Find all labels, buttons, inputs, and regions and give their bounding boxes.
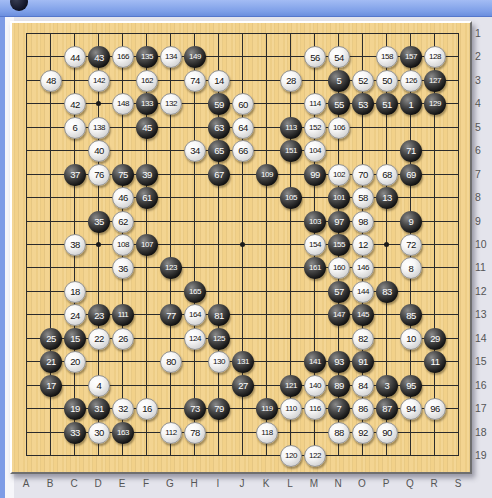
stone-L5[interactable]: 113 (280, 117, 302, 139)
stone-G18[interactable]: 112 (160, 422, 182, 444)
stone-C2[interactable]: 44 (64, 46, 86, 68)
stone-move-number: 128 (429, 53, 441, 61)
stone-N2[interactable]: 54 (328, 46, 350, 68)
stone-G2[interactable]: 134 (160, 46, 182, 68)
stone-P3[interactable]: 50 (376, 70, 398, 92)
stone-O10[interactable]: 12 (352, 234, 374, 256)
stone-H6[interactable]: 34 (184, 140, 206, 162)
row-label-12: 12 (475, 285, 492, 297)
stone-move-number: 74 (190, 76, 200, 86)
stone-P17[interactable]: 87 (376, 398, 398, 420)
stone-move-number: 96 (430, 404, 440, 414)
stone-N10[interactable]: 155 (328, 234, 350, 256)
stone-Q4[interactable]: 1 (400, 93, 422, 115)
stone-move-number: 44 (70, 53, 80, 63)
stone-move-number: 105 (285, 194, 297, 202)
stone-L19[interactable]: 120 (280, 445, 302, 467)
stone-D9[interactable]: 35 (88, 211, 110, 233)
stone-move-number: 140 (309, 382, 321, 390)
stone-move-number: 5 (337, 76, 342, 86)
stone-move-number: 116 (309, 405, 320, 413)
stone-F17[interactable]: 16 (136, 398, 158, 420)
stone-O15[interactable]: 91 (352, 351, 374, 373)
stone-C5[interactable]: 6 (64, 117, 86, 139)
column-label-M: M (306, 478, 322, 489)
stone-move-number: 51 (382, 100, 392, 110)
stone-C14[interactable]: 15 (64, 328, 86, 350)
stone-move-number: 16 (142, 404, 152, 414)
stone-E9[interactable]: 62 (112, 211, 134, 233)
stone-L8[interactable]: 105 (280, 187, 302, 209)
stone-L6[interactable]: 151 (280, 140, 302, 162)
stone-R15[interactable]: 11 (424, 351, 446, 373)
stone-move-number: 7 (337, 404, 342, 414)
stone-D14[interactable]: 22 (88, 328, 110, 350)
stone-R17[interactable]: 96 (424, 398, 446, 420)
stone-L16[interactable]: 121 (280, 375, 302, 397)
grid-line (26, 455, 459, 456)
stone-N7[interactable]: 102 (328, 164, 350, 186)
stone-Q6[interactable]: 71 (400, 140, 422, 162)
stone-move-number: 101 (333, 194, 345, 202)
stone-H3[interactable]: 74 (184, 70, 206, 92)
stone-move-number: 61 (142, 193, 152, 203)
stone-move-number: 64 (238, 123, 248, 133)
stone-move-number: 119 (261, 405, 272, 413)
black-stone-icon (10, 0, 28, 11)
stone-move-number: 104 (309, 147, 321, 155)
stone-C7[interactable]: 37 (64, 164, 86, 186)
stone-move-number: 36 (118, 264, 128, 274)
stone-E8[interactable]: 46 (112, 187, 134, 209)
stone-P12[interactable]: 83 (376, 281, 398, 303)
stone-move-number: 82 (358, 334, 368, 344)
stone-E7[interactable]: 75 (112, 164, 134, 186)
column-label-N: N (330, 478, 346, 489)
stone-E4[interactable]: 148 (112, 93, 134, 115)
stone-move-number: 1 (409, 100, 414, 110)
stone-move-number: 19 (70, 404, 80, 414)
stone-move-number: 62 (118, 217, 128, 227)
stone-move-number: 34 (190, 146, 200, 156)
stone-C17[interactable]: 19 (64, 398, 86, 420)
stone-move-number: 33 (70, 428, 80, 438)
star-point (240, 242, 245, 247)
row-label-7: 7 (475, 168, 492, 180)
stone-move-number: 52 (358, 76, 368, 86)
stone-N3[interactable]: 5 (328, 70, 350, 92)
stone-L3[interactable]: 28 (280, 70, 302, 92)
stone-move-number: 25 (46, 334, 56, 344)
row-label-1: 1 (475, 27, 492, 39)
stone-D3[interactable]: 142 (88, 70, 110, 92)
stone-H17[interactable]: 73 (184, 398, 206, 420)
stone-Q7[interactable]: 69 (400, 164, 422, 186)
stone-E14[interactable]: 26 (112, 328, 134, 350)
row-label-3: 3 (475, 74, 492, 86)
stone-P18[interactable]: 90 (376, 422, 398, 444)
stone-move-number: 65 (214, 146, 224, 156)
column-label-E: E (114, 478, 130, 489)
stone-move-number: 42 (70, 100, 80, 110)
stone-move-number: 14 (214, 76, 224, 86)
stone-J6[interactable]: 66 (232, 140, 254, 162)
stone-move-number: 84 (358, 381, 368, 391)
stone-E13[interactable]: 111 (112, 304, 134, 326)
stone-M17[interactable]: 116 (304, 398, 326, 420)
row-label-4: 4 (475, 97, 492, 109)
column-label-O: O (354, 478, 370, 489)
stone-M4[interactable]: 114 (304, 93, 326, 115)
star-point (384, 242, 389, 247)
stone-O16[interactable]: 84 (352, 375, 374, 397)
stone-move-number: 126 (405, 77, 417, 85)
stone-B14[interactable]: 25 (40, 328, 62, 350)
stone-move-number: 103 (309, 218, 321, 226)
stone-move-number: 124 (189, 335, 201, 343)
stone-move-number: 46 (118, 193, 128, 203)
stone-P16[interactable]: 3 (376, 375, 398, 397)
stone-O14[interactable]: 82 (352, 328, 374, 350)
row-label-5: 5 (475, 121, 492, 133)
stone-move-number: 134 (165, 53, 177, 61)
stone-Q11[interactable]: 8 (400, 257, 422, 279)
stone-move-number: 9 (409, 217, 414, 227)
star-point (96, 101, 101, 106)
row-label-11: 11 (475, 261, 492, 273)
stone-N18[interactable]: 88 (328, 422, 350, 444)
stone-move-number: 45 (142, 123, 152, 133)
stone-move-number: 144 (357, 288, 369, 296)
stone-D18[interactable]: 30 (88, 422, 110, 444)
stone-F3[interactable]: 162 (136, 70, 158, 92)
stone-move-number: 55 (334, 100, 344, 110)
stone-move-number: 71 (406, 146, 416, 156)
stone-move-number: 68 (382, 170, 392, 180)
stone-D2[interactable]: 43 (88, 46, 110, 68)
stone-H18[interactable]: 78 (184, 422, 206, 444)
stone-I3[interactable]: 14 (208, 70, 230, 92)
stone-I5[interactable]: 63 (208, 117, 230, 139)
stone-move-number: 149 (189, 53, 201, 61)
stone-N8[interactable]: 101 (328, 187, 350, 209)
stone-C13[interactable]: 24 (64, 304, 86, 326)
stone-J4[interactable]: 60 (232, 93, 254, 115)
stone-I15[interactable]: 130 (208, 351, 230, 373)
stone-move-number: 99 (310, 170, 320, 180)
stone-N15[interactable]: 93 (328, 351, 350, 373)
stone-move-number: 86 (358, 404, 368, 414)
row-label-13: 13 (475, 308, 492, 320)
stone-move-number: 59 (214, 100, 224, 110)
stone-R3[interactable]: 127 (424, 70, 446, 92)
stone-move-number: 50 (382, 76, 392, 86)
stone-move-number: 57 (334, 287, 344, 297)
stone-E18[interactable]: 163 (112, 422, 134, 444)
stone-F4[interactable]: 133 (136, 93, 158, 115)
stone-move-number: 112 (165, 429, 176, 437)
stone-G11[interactable]: 123 (160, 257, 182, 279)
stone-move-number: 94 (406, 404, 416, 414)
stone-D7[interactable]: 76 (88, 164, 110, 186)
stone-M5[interactable]: 152 (304, 117, 326, 139)
stone-R2[interactable]: 128 (424, 46, 446, 68)
stone-G13[interactable]: 77 (160, 304, 182, 326)
stone-move-number: 107 (141, 241, 153, 249)
row-label-14: 14 (475, 332, 492, 344)
stone-O7[interactable]: 70 (352, 164, 374, 186)
stone-O18[interactable]: 92 (352, 422, 374, 444)
stone-E17[interactable]: 32 (112, 398, 134, 420)
stone-move-number: 154 (309, 241, 321, 249)
stone-H12[interactable]: 165 (184, 281, 206, 303)
stone-move-number: 166 (117, 53, 129, 61)
stone-P8[interactable]: 13 (376, 187, 398, 209)
stone-N11[interactable]: 160 (328, 257, 350, 279)
stone-L17[interactable]: 110 (280, 398, 302, 420)
stone-N17[interactable]: 7 (328, 398, 350, 420)
stone-F5[interactable]: 45 (136, 117, 158, 139)
stone-move-number: 89 (334, 381, 344, 391)
stone-move-number: 114 (309, 100, 320, 108)
stone-M7[interactable]: 99 (304, 164, 326, 186)
stone-move-number: 145 (357, 311, 369, 319)
stone-move-number: 75 (118, 170, 128, 180)
column-label-B: B (42, 478, 58, 489)
stone-D13[interactable]: 23 (88, 304, 110, 326)
stone-D5[interactable]: 138 (88, 117, 110, 139)
stone-move-number: 63 (214, 123, 224, 133)
stone-P7[interactable]: 68 (376, 164, 398, 186)
stone-move-number: 35 (94, 217, 104, 227)
stone-E10[interactable]: 108 (112, 234, 134, 256)
stone-Q14[interactable]: 10 (400, 328, 422, 350)
stone-J16[interactable]: 27 (232, 375, 254, 397)
stone-H13[interactable]: 164 (184, 304, 206, 326)
stone-D16[interactable]: 4 (88, 375, 110, 397)
stone-K7[interactable]: 109 (256, 164, 278, 186)
stone-move-number: 10 (406, 334, 416, 344)
stone-move-number: 79 (214, 404, 224, 414)
stone-I13[interactable]: 81 (208, 304, 230, 326)
stone-move-number: 26 (118, 334, 128, 344)
stone-D17[interactable]: 31 (88, 398, 110, 420)
stone-O4[interactable]: 53 (352, 93, 374, 115)
stone-move-number: 76 (94, 170, 104, 180)
stone-move-number: 102 (333, 171, 345, 179)
stone-E2[interactable]: 166 (112, 46, 134, 68)
row-label-18: 18 (475, 426, 492, 438)
stone-move-number: 113 (285, 124, 296, 132)
stone-F8[interactable]: 61 (136, 187, 158, 209)
stone-I7[interactable]: 67 (208, 164, 230, 186)
stone-Q2[interactable]: 157 (400, 46, 422, 68)
stone-move-number: 141 (309, 358, 321, 366)
stone-G4[interactable]: 132 (160, 93, 182, 115)
row-label-8: 8 (475, 191, 492, 203)
stone-move-number: 58 (358, 193, 368, 203)
row-label-15: 15 (475, 355, 492, 367)
column-label-H: H (186, 478, 202, 489)
stone-N5[interactable]: 106 (328, 117, 350, 139)
stone-move-number: 152 (309, 124, 321, 132)
stone-move-number: 20 (70, 357, 80, 367)
stone-F10[interactable]: 107 (136, 234, 158, 256)
stone-J15[interactable]: 131 (232, 351, 254, 373)
stone-move-number: 120 (285, 452, 297, 460)
stone-move-number: 21 (46, 357, 56, 367)
stone-C12[interactable]: 18 (64, 281, 86, 303)
column-label-Q: Q (402, 478, 418, 489)
stone-move-number: 142 (93, 77, 105, 85)
stone-move-number: 13 (382, 193, 392, 203)
stone-R4[interactable]: 129 (424, 93, 446, 115)
stone-I17[interactable]: 79 (208, 398, 230, 420)
stone-move-number: 135 (141, 53, 153, 61)
row-label-6: 6 (475, 144, 492, 156)
stone-move-number: 80 (166, 357, 176, 367)
stone-N4[interactable]: 55 (328, 93, 350, 115)
stone-move-number: 69 (406, 170, 416, 180)
goban[interactable]: 4443166135134149565415815712848142162741… (10, 21, 472, 474)
stone-Q13[interactable]: 85 (400, 304, 422, 326)
stone-O3[interactable]: 52 (352, 70, 374, 92)
stone-O8[interactable]: 58 (352, 187, 374, 209)
stone-move-number: 131 (237, 358, 249, 366)
stone-move-number: 121 (285, 382, 297, 390)
grid-line (458, 33, 459, 456)
stone-D6[interactable]: 40 (88, 140, 110, 162)
stone-O13[interactable]: 145 (352, 304, 374, 326)
column-label-A: A (18, 478, 34, 489)
stone-O11[interactable]: 146 (352, 257, 374, 279)
stone-B15[interactable]: 21 (40, 351, 62, 373)
stone-move-number: 8 (409, 264, 414, 274)
stone-M10[interactable]: 154 (304, 234, 326, 256)
stone-move-number: 118 (261, 429, 272, 437)
stone-G15[interactable]: 80 (160, 351, 182, 373)
stone-move-number: 53 (358, 100, 368, 110)
stone-move-number: 27 (238, 381, 248, 391)
stone-C18[interactable]: 33 (64, 422, 86, 444)
stone-move-number: 70 (358, 170, 368, 180)
stone-move-number: 3 (385, 381, 390, 391)
stone-M15[interactable]: 141 (304, 351, 326, 373)
stone-K18[interactable]: 118 (256, 422, 278, 444)
stone-move-number: 157 (405, 53, 417, 61)
stone-H14[interactable]: 124 (184, 328, 206, 350)
stone-H2[interactable]: 149 (184, 46, 206, 68)
stone-move-number: 129 (429, 100, 441, 108)
row-label-19: 19 (475, 449, 492, 461)
stone-M11[interactable]: 161 (304, 257, 326, 279)
stone-B3[interactable]: 48 (40, 70, 62, 92)
stone-M2[interactable]: 56 (304, 46, 326, 68)
column-label-D: D (90, 478, 106, 489)
stone-move-number: 125 (213, 335, 225, 343)
stone-move-number: 160 (333, 264, 345, 272)
column-label-S: S (450, 478, 466, 489)
stone-M6[interactable]: 104 (304, 140, 326, 162)
stone-move-number: 155 (333, 241, 345, 249)
stone-move-number: 162 (141, 77, 153, 85)
stone-move-number: 12 (358, 240, 368, 250)
stone-K17[interactable]: 119 (256, 398, 278, 420)
stone-C10[interactable]: 38 (64, 234, 86, 256)
stone-M9[interactable]: 103 (304, 211, 326, 233)
stone-move-number: 108 (117, 241, 129, 249)
stone-move-number: 127 (429, 77, 441, 85)
stone-E11[interactable]: 36 (112, 257, 134, 279)
stone-O9[interactable]: 98 (352, 211, 374, 233)
stone-J5[interactable]: 64 (232, 117, 254, 139)
stone-move-number: 164 (189, 311, 201, 319)
stone-N13[interactable]: 147 (328, 304, 350, 326)
stone-B16[interactable]: 17 (40, 375, 62, 397)
stone-move-number: 72 (406, 240, 416, 250)
stone-Q9[interactable]: 9 (400, 211, 422, 233)
stone-O12[interactable]: 144 (352, 281, 374, 303)
stone-move-number: 123 (165, 264, 177, 272)
stone-Q17[interactable]: 94 (400, 398, 422, 420)
stone-Q10[interactable]: 72 (400, 234, 422, 256)
stone-move-number: 163 (117, 429, 129, 437)
stone-move-number: 30 (94, 428, 104, 438)
row-label-10: 10 (475, 238, 492, 250)
star-point (96, 242, 101, 247)
stone-move-number: 110 (285, 405, 296, 413)
stone-I6[interactable]: 65 (208, 140, 230, 162)
stone-F2[interactable]: 135 (136, 46, 158, 68)
stone-P4[interactable]: 51 (376, 93, 398, 115)
row-label-17: 17 (475, 402, 492, 414)
stone-C15[interactable]: 20 (64, 351, 86, 373)
stone-move-number: 4 (97, 381, 102, 391)
stone-O17[interactable]: 86 (352, 398, 374, 420)
row-label-9: 9 (475, 215, 492, 227)
stone-R14[interactable]: 29 (424, 328, 446, 350)
stone-Q3[interactable]: 126 (400, 70, 422, 92)
column-label-K: K (258, 478, 274, 489)
column-label-L: L (282, 478, 298, 489)
stone-Q16[interactable]: 95 (400, 375, 422, 397)
column-label-I: I (210, 478, 226, 489)
stone-move-number: 78 (190, 428, 200, 438)
stone-move-number: 11 (431, 357, 440, 367)
stone-C4[interactable]: 42 (64, 93, 86, 115)
stone-move-number: 56 (310, 53, 320, 63)
stone-M16[interactable]: 140 (304, 375, 326, 397)
stone-move-number: 161 (309, 264, 321, 272)
stone-N16[interactable]: 89 (328, 375, 350, 397)
stone-move-number: 15 (70, 334, 80, 344)
stone-I4[interactable]: 59 (208, 93, 230, 115)
stone-I14[interactable]: 125 (208, 328, 230, 350)
stone-move-number: 23 (94, 311, 104, 321)
stone-N12[interactable]: 57 (328, 281, 350, 303)
stone-move-number: 66 (238, 146, 248, 156)
stone-move-number: 81 (214, 311, 224, 321)
stone-move-number: 39 (142, 170, 152, 180)
stone-move-number: 98 (358, 217, 368, 227)
stone-F7[interactable]: 39 (136, 164, 158, 186)
stone-M19[interactable]: 122 (304, 445, 326, 467)
stone-P2[interactable]: 158 (376, 46, 398, 68)
stone-move-number: 91 (358, 357, 368, 367)
stone-N9[interactable]: 97 (328, 211, 350, 233)
stone-move-number: 17 (46, 381, 56, 391)
column-label-F: F (138, 478, 154, 489)
